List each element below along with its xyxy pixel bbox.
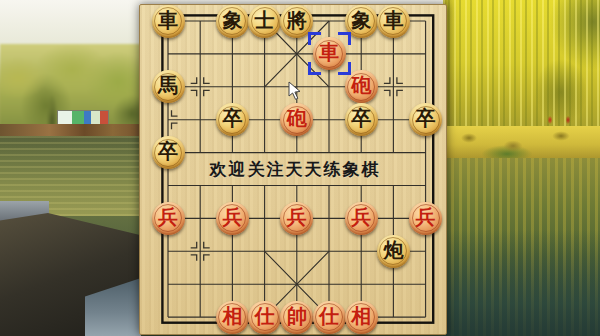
red-chariot-glyph: 車	[319, 36, 339, 69]
red-general[interactable]: 帥	[280, 301, 313, 334]
xiangqi-board[interactable]: 欢迎关注天天练象棋 車象士將象車車馬砲卒砲卒卒卒兵兵兵兵兵炮相仕帥仕相	[139, 4, 447, 335]
black-general-glyph: 將	[287, 4, 307, 37]
red-pawn[interactable]: 兵	[409, 202, 442, 235]
black-elephant[interactable]: 象	[216, 5, 249, 38]
black-general[interactable]: 將	[280, 5, 313, 38]
red-advisor-glyph: 仕	[319, 300, 339, 333]
black-cannon[interactable]: 炮	[377, 235, 410, 268]
distant-visitors	[545, 114, 575, 126]
black-advisor[interactable]: 士	[248, 5, 281, 38]
red-pawn[interactable]: 兵	[345, 202, 378, 235]
black-elephant[interactable]: 象	[345, 5, 378, 38]
red-advisor[interactable]: 仕	[248, 301, 281, 334]
black-chariot-glyph: 車	[158, 4, 178, 37]
black-advisor-glyph: 士	[255, 4, 275, 37]
red-elephant-glyph: 相	[222, 300, 242, 333]
red-pawn[interactable]: 兵	[152, 202, 185, 235]
black-pawn-glyph: 卒	[158, 135, 178, 168]
red-chariot[interactable]: 車	[313, 37, 346, 70]
black-horse-glyph: 馬	[158, 69, 178, 102]
red-pawn[interactable]: 兵	[280, 202, 313, 235]
black-pawn[interactable]: 卒	[345, 103, 378, 136]
red-cannon-glyph: 砲	[287, 102, 307, 135]
black-elephant-glyph: 象	[222, 4, 242, 37]
red-pawn-glyph: 兵	[416, 201, 436, 234]
black-pawn-glyph: 卒	[351, 102, 371, 135]
red-cannon[interactable]: 砲	[345, 70, 378, 103]
black-pawn-glyph: 卒	[416, 102, 436, 135]
red-elephant[interactable]: 相	[345, 301, 378, 334]
black-chariot-glyph: 車	[383, 4, 403, 37]
black-cannon-glyph: 炮	[383, 234, 403, 267]
screenshot: 欢迎关注天天练象棋 車象士將象車車馬砲卒砲卒卒卒兵兵兵兵兵炮相仕帥仕相	[0, 0, 600, 336]
black-pawn-glyph: 卒	[222, 102, 242, 135]
red-elephant-glyph: 相	[351, 300, 371, 333]
black-chariot[interactable]: 車	[152, 5, 185, 38]
black-elephant-glyph: 象	[351, 4, 371, 37]
river-text: 欢迎关注天天练象棋	[140, 157, 446, 181]
red-pawn-glyph: 兵	[351, 201, 371, 234]
black-pawn[interactable]: 卒	[216, 103, 249, 136]
right-rocky-shore	[443, 126, 600, 160]
mouse-cursor	[288, 81, 302, 101]
red-pawn-glyph: 兵	[222, 201, 242, 234]
black-pawn[interactable]: 卒	[152, 136, 185, 169]
red-advisor-glyph: 仕	[255, 300, 275, 333]
red-cannon-glyph: 砲	[351, 69, 371, 102]
red-pawn-glyph: 兵	[287, 201, 307, 234]
red-general-glyph: 帥	[287, 300, 307, 333]
right-water-shadow	[443, 230, 600, 336]
black-horse[interactable]: 馬	[152, 70, 185, 103]
black-chariot[interactable]: 車	[377, 5, 410, 38]
red-pawn-glyph: 兵	[158, 201, 178, 234]
red-pawn[interactable]: 兵	[216, 202, 249, 235]
red-elephant[interactable]: 相	[216, 301, 249, 334]
red-advisor[interactable]: 仕	[313, 301, 346, 334]
